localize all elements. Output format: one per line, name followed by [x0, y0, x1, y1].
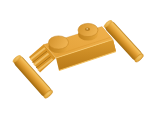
stud-right — [78, 23, 98, 40]
stud-left-top — [49, 36, 69, 49]
lego-part-illustration — [0, 0, 160, 116]
stud-injection-dot — [86, 28, 88, 29]
stud-left — [49, 36, 69, 53]
product-photo — [0, 0, 160, 116]
